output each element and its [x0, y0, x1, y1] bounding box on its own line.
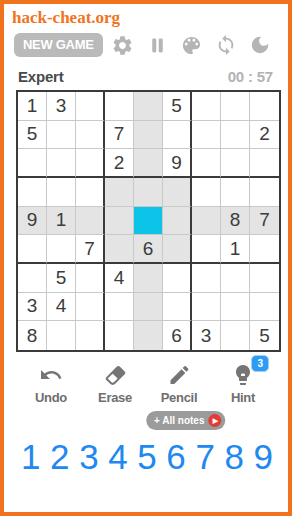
status-bar: Expert 00 : 57: [4, 59, 288, 90]
eraser-icon: [103, 363, 128, 387]
cell-r6c4[interactable]: [105, 235, 134, 264]
pencil-label: Pencil: [161, 390, 198, 405]
cell-r6c1[interactable]: [18, 235, 47, 264]
numpad-3[interactable]: 3: [79, 439, 98, 474]
pause-button[interactable]: [143, 31, 171, 59]
cell-r8c7[interactable]: [192, 293, 221, 322]
cell-r2c3[interactable]: [76, 121, 105, 150]
cell-r5c4[interactable]: [105, 207, 134, 236]
numpad-1[interactable]: 1: [21, 439, 40, 474]
new-game-button[interactable]: NEW GAME: [14, 33, 103, 57]
cell-r3c7[interactable]: [192, 149, 221, 178]
erase-button[interactable]: Erase: [88, 363, 142, 405]
site-banner: hack-cheat.org: [4, 4, 288, 28]
cell-r1c9[interactable]: [250, 92, 279, 121]
cell-r2c1[interactable]: 5: [18, 121, 47, 150]
cell-r3c1[interactable]: [18, 149, 47, 178]
cell-r4c5[interactable]: [134, 178, 163, 207]
numpad-9[interactable]: 9: [254, 439, 273, 474]
numpad-8[interactable]: 8: [224, 439, 243, 474]
cell-r5c5[interactable]: [134, 207, 163, 236]
cell-r4c8[interactable]: [221, 178, 250, 207]
cell-r7c1[interactable]: [18, 264, 47, 293]
cell-r8c9[interactable]: [250, 293, 279, 322]
cell-r2c4[interactable]: 7: [105, 121, 134, 150]
cell-r7c9[interactable]: [250, 264, 279, 293]
cell-r3c6[interactable]: 9: [163, 149, 192, 178]
cell-r4c6[interactable]: [163, 178, 192, 207]
cell-r9c9[interactable]: 5: [250, 321, 279, 350]
cell-r8c4[interactable]: [105, 293, 134, 322]
cell-r7c6[interactable]: [163, 264, 192, 293]
cell-r7c2[interactable]: 5: [47, 264, 76, 293]
cell-r4c1[interactable]: [18, 178, 47, 207]
numpad-2[interactable]: 2: [50, 439, 69, 474]
cell-r2c8[interactable]: [221, 121, 250, 150]
cell-r7c5[interactable]: [134, 264, 163, 293]
cell-r5c9[interactable]: 7: [250, 207, 279, 236]
cell-r3c2[interactable]: [47, 149, 76, 178]
erase-label: Erase: [98, 390, 132, 405]
cell-r3c3[interactable]: [76, 149, 105, 178]
cell-r1c6[interactable]: 5: [163, 92, 192, 121]
hint-count-badge: 3: [251, 355, 269, 372]
cell-r8c2[interactable]: 4: [47, 293, 76, 322]
cell-r4c3[interactable]: [76, 178, 105, 207]
night-mode-button[interactable]: [246, 31, 274, 59]
pencil-button[interactable]: Pencil: [152, 363, 206, 405]
gear-icon: [111, 34, 134, 57]
cell-r4c4[interactable]: [105, 178, 134, 207]
cell-r1c3[interactable]: [76, 92, 105, 121]
hint-button[interactable]: 3 Hint: [216, 363, 270, 405]
restart-button[interactable]: [212, 31, 240, 59]
cell-r9c8[interactable]: [221, 321, 250, 350]
number-pad: 123456789: [4, 431, 288, 474]
numpad-4[interactable]: 4: [108, 439, 127, 474]
cell-r1c8[interactable]: [221, 92, 250, 121]
cell-r9c4[interactable]: [105, 321, 134, 350]
top-toolbar: NEW GAME: [4, 28, 288, 59]
pencil-icon: [167, 363, 192, 387]
cell-r5c8[interactable]: 8: [221, 207, 250, 236]
cell-r9c6[interactable]: 6: [163, 321, 192, 350]
cell-r1c2[interactable]: 3: [47, 92, 76, 121]
cell-r1c5[interactable]: [134, 92, 163, 121]
cell-r5c1[interactable]: 9: [18, 207, 47, 236]
cell-r8c5[interactable]: [134, 293, 163, 322]
cell-r8c6[interactable]: [163, 293, 192, 322]
hint-label: Hint: [231, 390, 255, 405]
cell-r7c8[interactable]: [221, 264, 250, 293]
cell-r6c5[interactable]: 6: [134, 235, 163, 264]
undo-button[interactable]: Undo: [24, 363, 78, 405]
cell-r4c9[interactable]: [250, 178, 279, 207]
cell-r5c3[interactable]: [76, 207, 105, 236]
cell-r3c5[interactable]: [134, 149, 163, 178]
cell-r7c4[interactable]: 4: [105, 264, 134, 293]
numpad-5[interactable]: 5: [137, 439, 156, 474]
moon-icon: [249, 34, 271, 56]
cell-r6c2[interactable]: [47, 235, 76, 264]
numpad-6[interactable]: 6: [166, 439, 185, 474]
cell-r6c9[interactable]: [250, 235, 279, 264]
theme-button[interactable]: [177, 31, 205, 59]
cell-r6c6[interactable]: [163, 235, 192, 264]
cell-r8c8[interactable]: [221, 293, 250, 322]
all-notes-toggle[interactable]: + All notes ▶: [146, 411, 225, 430]
cell-r5c2[interactable]: 1: [47, 207, 76, 236]
cell-r5c6[interactable]: [163, 207, 192, 236]
cell-r4c7[interactable]: [192, 178, 221, 207]
cell-r1c7[interactable]: [192, 92, 221, 121]
cell-r7c3[interactable]: [76, 264, 105, 293]
cell-r3c8[interactable]: [221, 149, 250, 178]
numpad-7[interactable]: 7: [195, 439, 214, 474]
cell-r9c3[interactable]: [76, 321, 105, 350]
cell-r9c5[interactable]: [134, 321, 163, 350]
cell-r2c6[interactable]: [163, 121, 192, 150]
cell-r1c1[interactable]: 1: [18, 92, 47, 121]
cell-r6c3[interactable]: 7: [76, 235, 105, 264]
cell-r2c2[interactable]: [47, 121, 76, 150]
cell-r5c7[interactable]: [192, 207, 221, 236]
play-icon: ▶: [208, 414, 221, 427]
cell-r2c7[interactable]: [192, 121, 221, 150]
difficulty-label: Expert: [18, 68, 64, 85]
restart-icon: [215, 34, 237, 56]
cell-r3c9[interactable]: [250, 149, 279, 178]
timer: 00 : 57: [228, 68, 273, 85]
undo-label: Undo: [35, 390, 67, 405]
undo-icon: [38, 363, 64, 387]
sudoku-board: 13557229918776154348635: [16, 90, 281, 352]
cell-r2c9[interactable]: 2: [250, 121, 279, 150]
cell-r8c1[interactable]: 3: [18, 293, 47, 322]
pause-icon: [147, 35, 168, 56]
palette-icon: [180, 34, 203, 57]
cell-r9c1[interactable]: 8: [18, 321, 47, 350]
cell-r7c7[interactable]: [192, 264, 221, 293]
cell-r8c3[interactable]: [76, 293, 105, 322]
notes-row: + All notes ▶: [4, 411, 288, 431]
action-bar: Undo Erase Pencil 3 Hint: [4, 352, 288, 405]
cell-r6c7[interactable]: [192, 235, 221, 264]
all-notes-label: + All notes: [154, 415, 204, 426]
cell-r1c4[interactable]: [105, 92, 134, 121]
cell-r9c7[interactable]: 3: [192, 321, 221, 350]
cell-r2c5[interactable]: [134, 121, 163, 150]
sudoku-app: { "game": "sudoku", "position": "1300050…: [0, 0, 292, 516]
settings-button[interactable]: [109, 31, 137, 59]
cell-r9c2[interactable]: [47, 321, 76, 350]
cell-r6c8[interactable]: 1: [221, 235, 250, 264]
cell-r3c4[interactable]: 2: [105, 149, 134, 178]
cell-r4c2[interactable]: [47, 178, 76, 207]
